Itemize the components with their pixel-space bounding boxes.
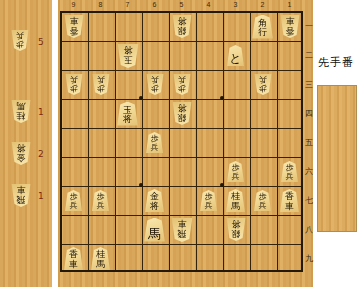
piece-kanji: 歩兵 [285, 164, 294, 182]
piece-kanji: 歩兵 [150, 135, 159, 153]
gote-hand-桂馬[interactable]: 桂馬 [11, 100, 31, 123]
file-label-1: 1 [276, 1, 303, 8]
turn-indicator: 先手番 [313, 55, 359, 70]
piece-kanji: 歩兵 [258, 193, 267, 211]
gote-hand-歩兵[interactable]: 歩兵 [11, 30, 29, 51]
file-label-3: 3 [222, 1, 249, 8]
piece-kanji: 香車 [284, 192, 295, 212]
gote-hand-飛車[interactable]: 飛車 [11, 184, 31, 207]
gote-hand-金将[interactable]: 金将 [11, 142, 31, 165]
piece-kanji: 歩兵 [69, 193, 78, 211]
piece-kanji: 銀将 [176, 15, 187, 35]
piece-kanji: 歩兵 [96, 193, 105, 211]
shogi-app-window: 先手番 987654321 一二三四五六七八九 香車銀将角行香車玉将と歩兵歩兵歩… [0, 0, 360, 287]
piece-kanji: 歩兵 [177, 74, 186, 92]
gote-hand-count: 1 [38, 191, 44, 201]
gote-hand-count: 5 [38, 37, 44, 47]
file-label-9: 9 [60, 1, 87, 8]
star-point [220, 96, 224, 100]
piece-kanji: 飛車 [16, 184, 27, 204]
piece-kanji: 銀将 [230, 218, 241, 238]
rank-label-4: 四 [304, 108, 314, 119]
piece-kanji: 歩兵 [96, 74, 105, 92]
piece-kanji: 香車 [68, 15, 79, 35]
piece-kanji: 桂馬 [95, 250, 106, 270]
star-point [139, 96, 143, 100]
rank-label-3: 三 [304, 79, 314, 90]
file-label-6: 6 [141, 1, 168, 8]
piece-kanji: 馬 [148, 227, 161, 242]
piece-kanji: 飛車 [176, 218, 187, 238]
piece-kanji: 桂馬 [16, 100, 27, 120]
rank-label-9: 九 [304, 253, 314, 264]
sente-captured-tray: 金将1銀将1桂馬1 [317, 85, 357, 232]
file-label-7: 7 [114, 1, 141, 8]
piece-kanji: と [229, 52, 241, 66]
file-label-4: 4 [195, 1, 222, 8]
piece-kanji: 歩兵 [69, 74, 78, 92]
gote-hand-count: 1 [38, 107, 44, 117]
rank-label-8: 八 [304, 224, 314, 235]
left-gap [52, 0, 58, 287]
rank-label-5: 五 [304, 137, 314, 148]
piece-kanji: 歩兵 [258, 74, 267, 92]
gote-hand-count: 2 [38, 149, 44, 159]
star-point [139, 183, 143, 187]
piece-kanji: 香車 [68, 250, 79, 270]
piece-kanji: 金将 [16, 142, 27, 162]
piece-kanji: 歩兵 [204, 193, 213, 211]
rank-label-1: 一 [304, 21, 314, 32]
piece-kanji: 玉将 [122, 44, 133, 64]
star-point [220, 183, 224, 187]
piece-kanji: 玉将 [122, 106, 133, 126]
rank-label-2: 二 [304, 50, 314, 61]
file-label-2: 2 [249, 1, 276, 8]
piece-kanji: 桂馬 [230, 192, 241, 212]
rank-label-6: 六 [304, 166, 314, 177]
file-label-5: 5 [168, 1, 195, 8]
piece-kanji: 歩兵 [231, 164, 240, 182]
piece-kanji: 歩兵 [150, 74, 159, 92]
file-label-8: 8 [87, 1, 114, 8]
piece-kanji: 銀将 [176, 102, 187, 122]
rank-label-7: 七 [304, 195, 314, 206]
piece-kanji: 香車 [284, 15, 295, 35]
piece-kanji: 歩兵 [16, 30, 25, 48]
piece-kanji: 角行 [257, 19, 268, 39]
piece-kanji: 金将 [149, 192, 160, 212]
